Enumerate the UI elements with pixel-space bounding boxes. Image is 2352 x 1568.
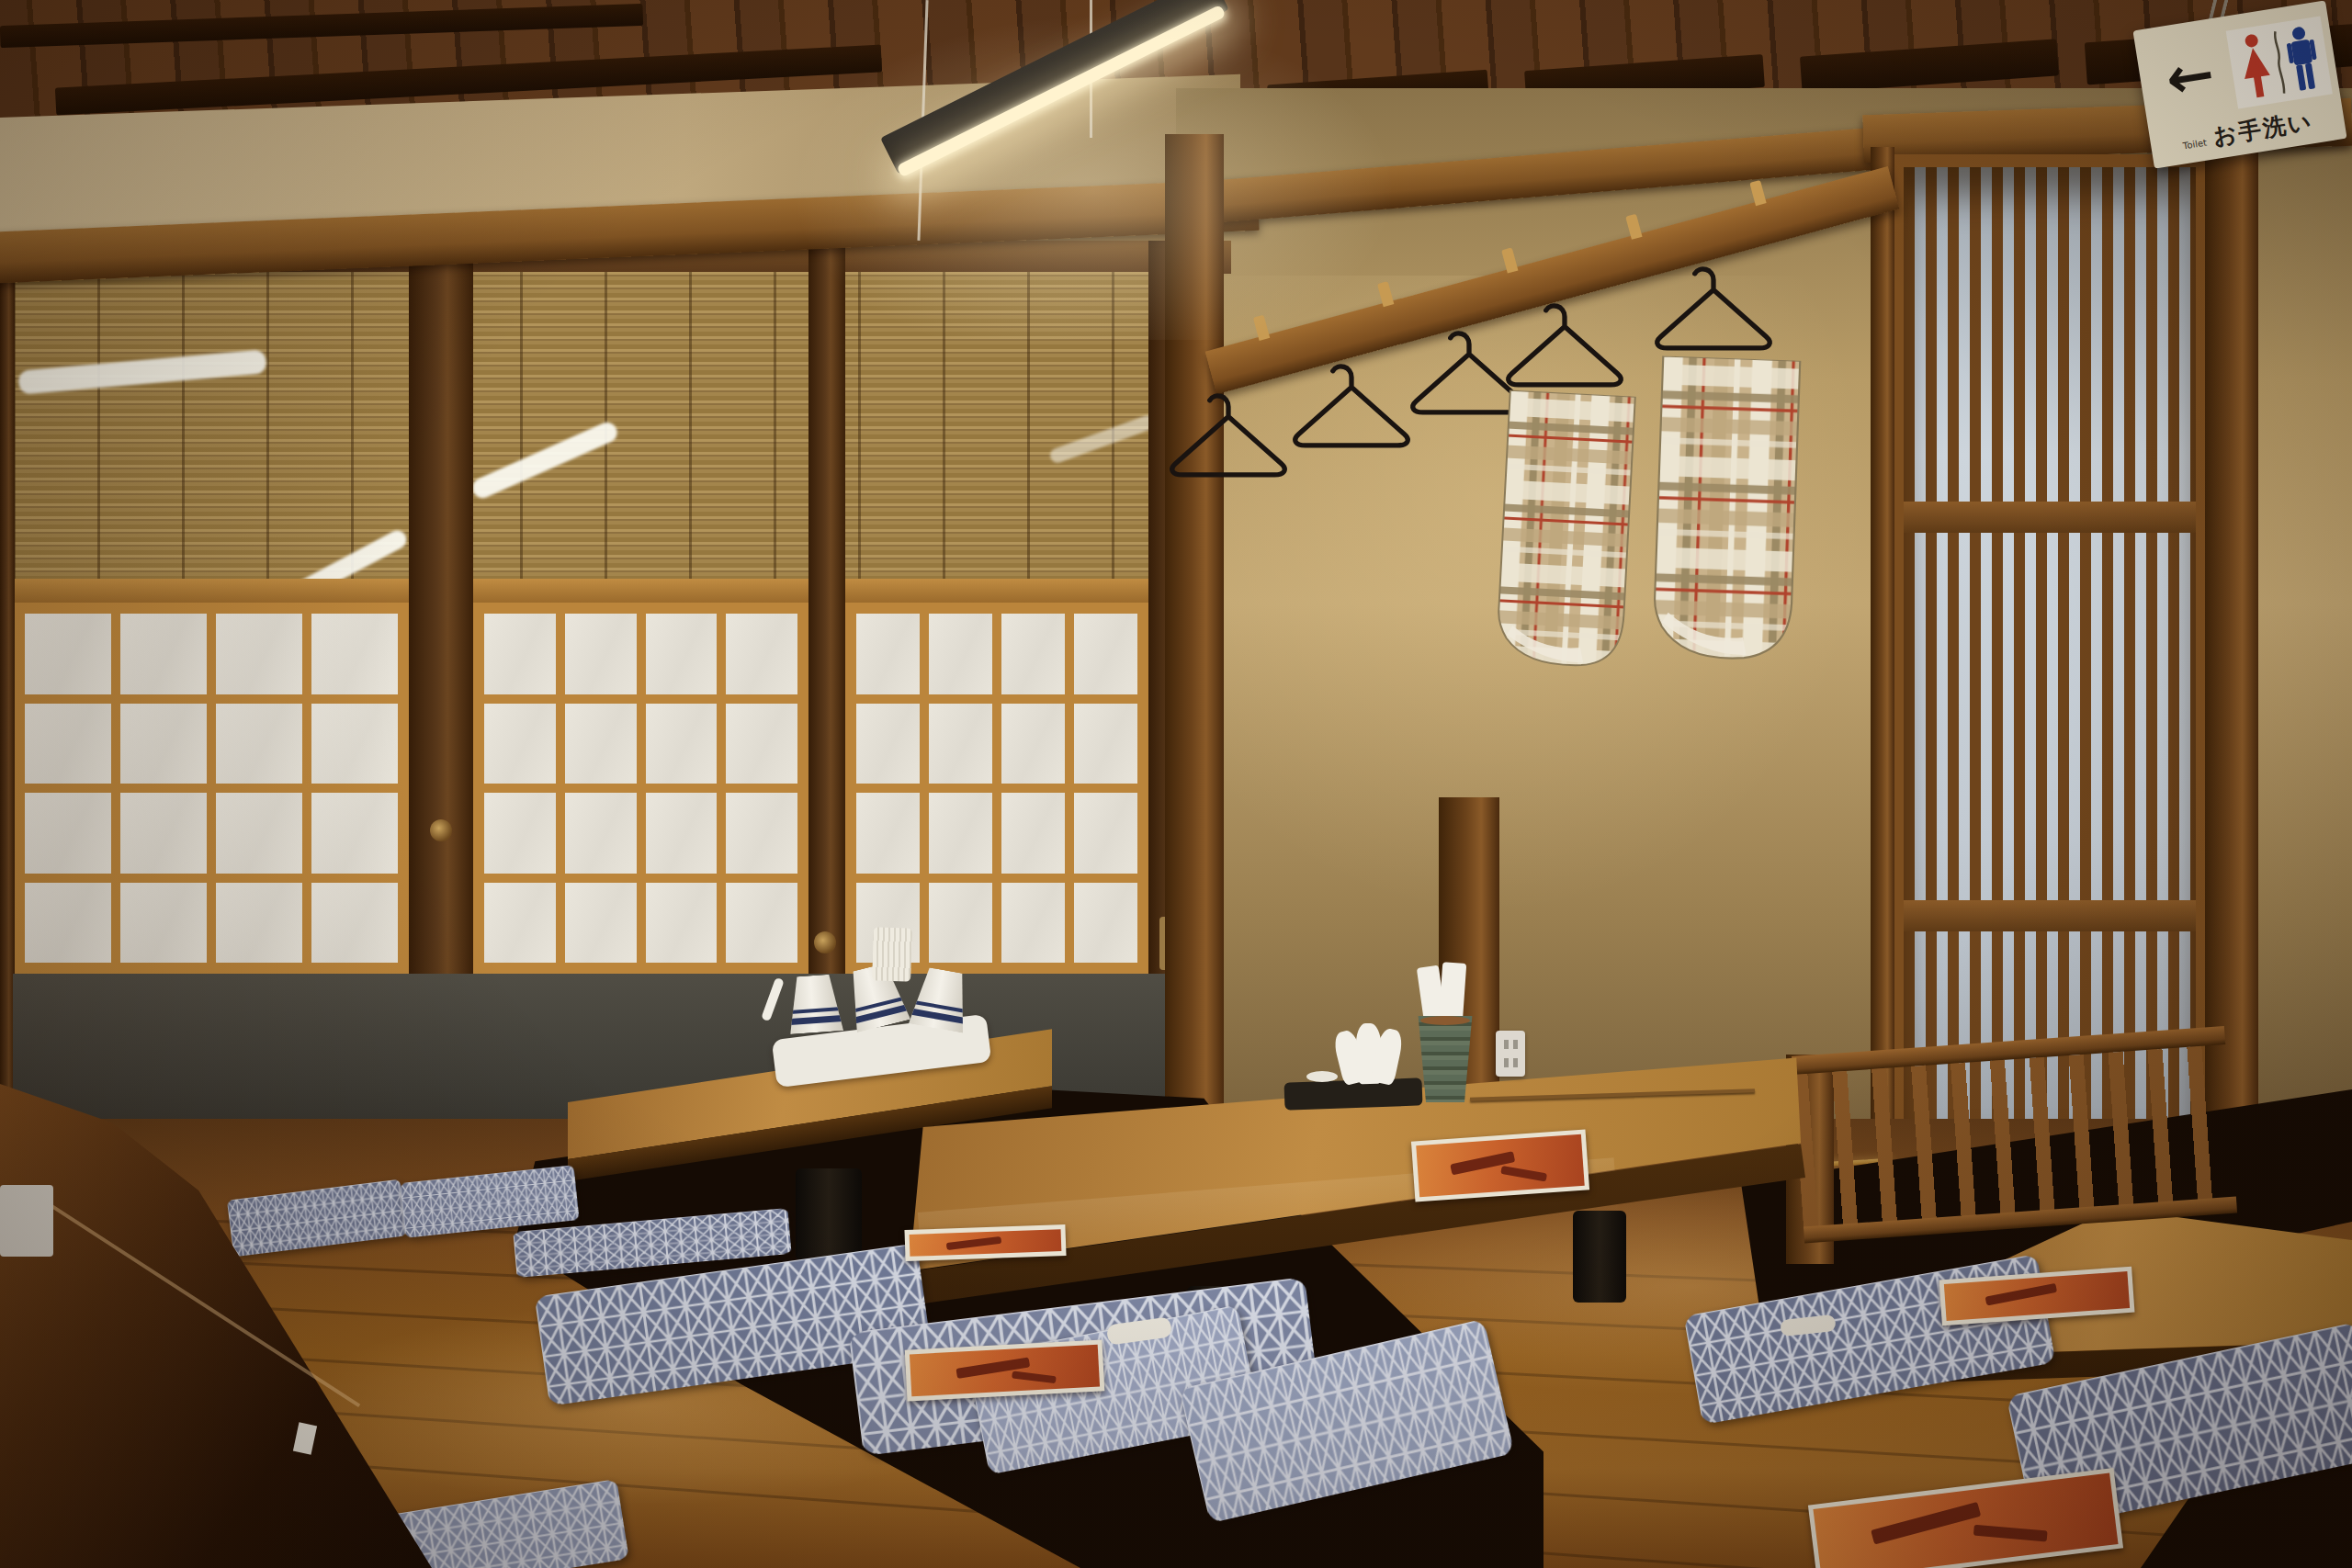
lattice-rail (1904, 502, 2196, 533)
coat-hanger (1159, 386, 1297, 494)
female-icon (2235, 30, 2277, 100)
restroom-icons (2226, 16, 2333, 108)
arrow-icon: ← (2144, 41, 2237, 111)
small-dish (1306, 1071, 1338, 1082)
toothpick-holder (872, 927, 912, 981)
railing (1792, 1026, 2240, 1276)
plaid-blanket (1490, 389, 1640, 671)
door-stile (808, 246, 845, 981)
restaurant-interior: ← (0, 0, 2352, 1568)
shoji-pane (25, 614, 111, 694)
power-outlet (1496, 1031, 1525, 1077)
shoji-mid-rail (13, 579, 1194, 603)
menu-paper (904, 1224, 1066, 1261)
coat-hanger (1645, 259, 1782, 367)
door-stile (409, 246, 473, 981)
male-icon (2282, 23, 2324, 93)
lattice-right-post (2205, 119, 2258, 1148)
table-leg (796, 1168, 862, 1260)
white-box (0, 1185, 53, 1257)
cup-rim (1420, 1016, 1470, 1025)
sign-label-en: Toilet (2182, 137, 2208, 151)
lattice-left-post (1871, 147, 1894, 1139)
lattice-door (1891, 154, 2209, 1139)
shoji-door-1 (14, 603, 409, 974)
table-leg (1573, 1211, 1626, 1303)
shoji-door-3 (845, 603, 1148, 974)
door-pull (814, 931, 836, 953)
coat-hanger (1496, 296, 1634, 404)
menu-paper (1411, 1129, 1589, 1201)
cup-napkin (1439, 962, 1467, 1024)
menu-paper (905, 1339, 1105, 1401)
lattice-rail (1904, 900, 2196, 931)
shoji-door-2 (473, 603, 808, 974)
plaid-blanket (1646, 355, 1805, 665)
door-pull (430, 819, 452, 841)
